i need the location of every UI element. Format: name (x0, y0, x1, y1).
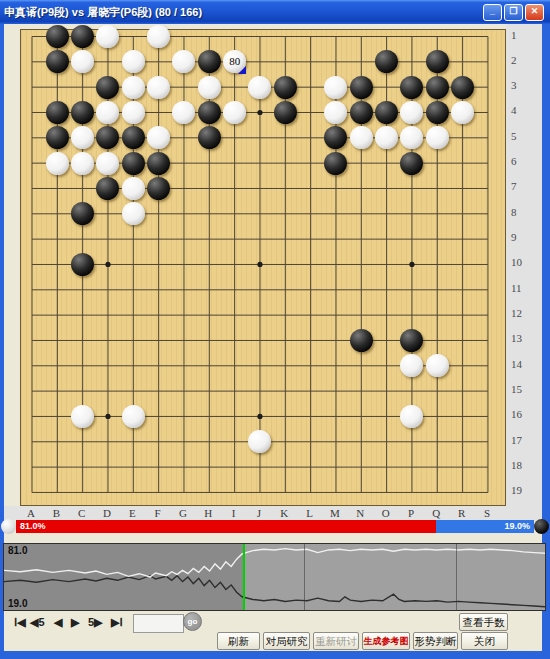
black-stone-D3 (96, 76, 119, 99)
white-stone-Q5 (426, 126, 449, 149)
star-point (257, 414, 262, 419)
winrate-bar: 81.0% 19.0% (0, 519, 550, 534)
black-stone-E6 (122, 152, 145, 175)
black-stone-F6 (147, 152, 170, 175)
black-stone-F7 (147, 177, 170, 200)
row-label-18: 18 (511, 459, 522, 473)
current-move-cursor[interactable] (243, 544, 245, 610)
col-label-G: G (172, 507, 193, 519)
black-winrate-value: 19.0% (504, 520, 530, 533)
star-point (257, 110, 262, 115)
white-stone-N5 (350, 126, 373, 149)
position-judge-button[interactable]: 形势判断 (413, 632, 458, 650)
go-button[interactable]: go (183, 612, 202, 631)
graph-gridline (304, 544, 305, 610)
star-point (257, 262, 262, 267)
white-stone-F1 (147, 25, 170, 48)
black-stone-C4 (71, 101, 94, 124)
black-stone-E5 (122, 126, 145, 149)
title-bar: 申真谞(P9段) vs 屠晓宇(P6段) (80 / 166) _ ❐ ✕ (0, 0, 550, 24)
row-label-9: 9 (511, 231, 517, 245)
row-label-7: 7 (511, 180, 517, 194)
row-label-13: 13 (511, 332, 522, 346)
refresh-button[interactable]: 刷新 (217, 632, 260, 650)
row-label-6: 6 (511, 155, 517, 169)
maximize-button[interactable]: ❐ (504, 4, 523, 21)
black-stone-K4 (274, 101, 297, 124)
white-stone-C6 (71, 152, 94, 175)
star-point (409, 262, 414, 267)
black-stone-N3 (350, 76, 373, 99)
black-stone-H5 (198, 126, 221, 149)
graph-top-value: 81.0 (8, 545, 27, 556)
white-stone-E2 (122, 50, 145, 73)
row-label-10: 10 (511, 256, 522, 270)
col-label-I: I (223, 507, 244, 519)
black-stone-Q2 (426, 50, 449, 73)
black-stone-H4 (198, 101, 221, 124)
white-stone-H3 (198, 76, 221, 99)
row-label-16: 16 (511, 408, 522, 422)
row-label-3: 3 (511, 79, 517, 93)
col-label-S: S (476, 507, 497, 519)
first-move-button[interactable]: Ⅰ◀ (14, 616, 26, 629)
black-stone-N4 (350, 101, 373, 124)
white-winrate-segment: 81.0% (16, 520, 436, 533)
graph-bottom-value: 19.0 (8, 598, 27, 609)
white-stone-M3 (324, 76, 347, 99)
col-label-E: E (122, 507, 143, 519)
minimize-button[interactable]: _ (483, 4, 502, 21)
black-stone-Q3 (426, 76, 449, 99)
forward-5-button[interactable]: 5▶ (88, 616, 103, 629)
row-label-11: 11 (511, 282, 522, 296)
row-label-12: 12 (511, 307, 522, 321)
white-stone-J3 (248, 76, 271, 99)
black-stone-N13 (350, 329, 373, 352)
col-label-O: O (375, 507, 396, 519)
col-label-M: M (324, 507, 345, 519)
winrate-graph[interactable]: 81.0 19.0 (3, 543, 546, 611)
generate-diagram-button[interactable]: 生成参考图 (362, 632, 410, 650)
window-title: 申真谞(P9段) vs 屠晓宇(P6段) (80 / 166) (0, 5, 202, 20)
col-label-F: F (147, 507, 168, 519)
black-stone-B5 (46, 126, 69, 149)
black-stone-C10 (71, 253, 94, 276)
row-label-15: 15 (511, 383, 522, 397)
row-label-19: 19 (511, 484, 522, 498)
game-research-button[interactable]: 对局研究 (263, 632, 310, 650)
white-stone-E7 (122, 177, 145, 200)
row-label-1: 1 (511, 29, 517, 43)
app-window: 申真谞(P9段) vs 屠晓宇(P6段) (80 / 166) _ ❐ ✕ 80… (0, 0, 550, 659)
black-stone-O4 (375, 101, 398, 124)
close-window-button[interactable]: ✕ (525, 4, 544, 21)
col-label-R: R (451, 507, 472, 519)
black-stone-B2 (46, 50, 69, 73)
white-stone-E3 (122, 76, 145, 99)
last-move-button[interactable]: ▶Ⅰ (111, 616, 123, 629)
window-border-bottom (0, 651, 550, 659)
col-label-K: K (274, 507, 295, 519)
col-label-H: H (198, 507, 219, 519)
graph-gridline (456, 544, 457, 610)
col-label-N: N (350, 507, 371, 519)
row-label-8: 8 (511, 206, 517, 220)
black-stone-H2 (198, 50, 221, 73)
black-stone-M6 (324, 152, 347, 175)
close-button[interactable]: 关闭 (461, 632, 508, 650)
white-stone-E8 (122, 202, 145, 225)
white-stone-B6 (46, 152, 69, 175)
white-stone-Q14 (426, 354, 449, 377)
last-move-triangle-marker (238, 66, 246, 74)
white-stone-E16 (122, 405, 145, 428)
row-label-14: 14 (511, 358, 522, 372)
row-label-5: 5 (511, 130, 517, 144)
col-label-B: B (46, 507, 67, 519)
rediscuss-button[interactable]: 重新研讨 (313, 632, 359, 650)
black-stone-B1 (46, 25, 69, 48)
black-stone-Q4 (426, 101, 449, 124)
black-stone-K3 (274, 76, 297, 99)
col-label-J: J (248, 507, 269, 519)
black-stone-R3 (451, 76, 474, 99)
row-label-4: 4 (511, 104, 517, 118)
white-player-icon (1, 519, 16, 534)
black-stone-B4 (46, 101, 69, 124)
row-label-17: 17 (511, 434, 522, 448)
move-number-input[interactable] (133, 614, 184, 633)
col-label-P: P (400, 507, 421, 519)
col-label-L: L (299, 507, 320, 519)
white-stone-E4 (122, 101, 145, 124)
white-stone-I4 (223, 101, 246, 124)
star-point (105, 262, 110, 267)
row-label-2: 2 (511, 54, 517, 68)
col-label-D: D (96, 507, 117, 519)
white-stone-D6 (96, 152, 119, 175)
black-stone-C1 (71, 25, 94, 48)
col-label-A: A (21, 507, 42, 519)
forward-button[interactable]: ▶ (71, 616, 79, 629)
col-label-Q: Q (426, 507, 447, 519)
black-winrate-segment: 19.0% (436, 520, 534, 533)
goban[interactable]: 80 (20, 29, 506, 506)
white-stone-C16 (71, 405, 94, 428)
white-winrate-value: 81.0% (20, 520, 46, 533)
black-stone-P3 (400, 76, 423, 99)
back-button[interactable]: ◀ (54, 616, 62, 629)
white-stone-F3 (147, 76, 170, 99)
black-stone-P6 (400, 152, 423, 175)
view-moves-button[interactable]: 查看手数 (459, 613, 508, 631)
black-player-icon (534, 519, 549, 534)
white-stone-R4 (451, 101, 474, 124)
col-label-C: C (71, 507, 92, 519)
back-5-button[interactable]: ◀5 (30, 616, 45, 629)
star-point (105, 414, 110, 419)
winrate-curves (4, 544, 545, 610)
